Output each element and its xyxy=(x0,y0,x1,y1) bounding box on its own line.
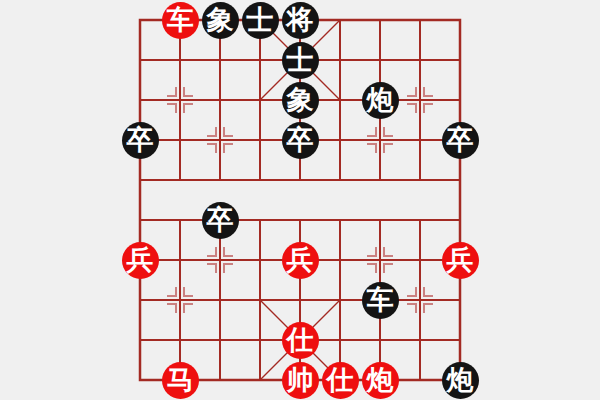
board-point-f4-r5[interactable] xyxy=(280,200,320,240)
board-point-f1-r0[interactable]: 车 xyxy=(160,0,200,40)
board-point-f5-r7[interactable] xyxy=(320,280,360,320)
board-point-f2-r5[interactable]: 卒 xyxy=(200,200,240,240)
board-point-f7-r7[interactable] xyxy=(400,280,440,320)
board-point-f6-r3[interactable] xyxy=(360,120,400,160)
board-point-f7-r6[interactable] xyxy=(400,240,440,280)
board-point-f1-r8[interactable] xyxy=(160,320,200,360)
board-point-f6-r6[interactable] xyxy=(360,240,400,280)
board-point-f2-r4[interactable] xyxy=(200,160,240,200)
board-point-f6-r2[interactable]: 炮 xyxy=(360,80,400,120)
board-point-f5-r8[interactable] xyxy=(320,320,360,360)
board-point-f3-r1[interactable] xyxy=(240,40,280,80)
board-point-f0-r9[interactable] xyxy=(120,360,160,400)
board-point-f3-r9[interactable] xyxy=(240,360,280,400)
board-point-f6-r7[interactable]: 车 xyxy=(360,280,400,320)
board-point-f7-r1[interactable] xyxy=(400,40,440,80)
board-point-f4-r6[interactable]: 兵 xyxy=(280,240,320,280)
piece-black-elephant[interactable]: 象 xyxy=(282,82,319,119)
piece-black-general[interactable]: 将 xyxy=(282,2,319,39)
board-point-f7-r0[interactable] xyxy=(400,0,440,40)
piece-red-advisor[interactable]: 仕 xyxy=(322,362,359,399)
board-point-f4-r1[interactable]: 士 xyxy=(280,40,320,80)
board-point-f2-r2[interactable] xyxy=(200,80,240,120)
board-point-f0-r0[interactable] xyxy=(120,0,160,40)
board-point-f5-r4[interactable] xyxy=(320,160,360,200)
board-point-f5-r5[interactable] xyxy=(320,200,360,240)
piece-black-soldier[interactable]: 卒 xyxy=(282,122,319,159)
piece-red-soldier[interactable]: 兵 xyxy=(122,242,159,279)
board-point-f3-r8[interactable] xyxy=(240,320,280,360)
piece-red-chariot[interactable]: 车 xyxy=(162,2,199,39)
board-point-f5-r3[interactable] xyxy=(320,120,360,160)
board-point-f8-r0[interactable] xyxy=(440,0,480,40)
board-point-f8-r2[interactable] xyxy=(440,80,480,120)
board-point-f0-r7[interactable] xyxy=(120,280,160,320)
board-point-f7-r9[interactable] xyxy=(400,360,440,400)
board-point-f1-r9[interactable]: 马 xyxy=(160,360,200,400)
board-point-f8-r6[interactable]: 兵 xyxy=(440,240,480,280)
board-point-f1-r1[interactable] xyxy=(160,40,200,80)
board-point-f4-r8[interactable]: 仕 xyxy=(280,320,320,360)
board-point-f2-r7[interactable] xyxy=(200,280,240,320)
board-point-f7-r5[interactable] xyxy=(400,200,440,240)
board-point-f2-r0[interactable]: 象 xyxy=(200,0,240,40)
board-point-f3-r6[interactable] xyxy=(240,240,280,280)
piece-black-soldier[interactable]: 卒 xyxy=(202,202,239,239)
piece-red-soldier[interactable]: 兵 xyxy=(442,242,479,279)
board-point-f3-r5[interactable] xyxy=(240,200,280,240)
board-point-f3-r0[interactable]: 士 xyxy=(240,0,280,40)
board-point-f0-r3[interactable]: 卒 xyxy=(120,120,160,160)
board-point-f8-r1[interactable] xyxy=(440,40,480,80)
board-point-f7-r4[interactable] xyxy=(400,160,440,200)
board-point-f8-r3[interactable]: 卒 xyxy=(440,120,480,160)
board-point-f1-r4[interactable] xyxy=(160,160,200,200)
board-point-f8-r7[interactable] xyxy=(440,280,480,320)
piece-black-soldier[interactable]: 卒 xyxy=(122,122,159,159)
xiangqi-board-screen: 车象士将士象炮卒卒卒卒兵兵兵车仕马帅仕炮炮 xyxy=(0,0,600,400)
board-point-f4-r2[interactable]: 象 xyxy=(280,80,320,120)
board-point-f0-r2[interactable] xyxy=(120,80,160,120)
board-point-f1-r3[interactable] xyxy=(160,120,200,160)
board-point-f5-r9[interactable]: 仕 xyxy=(320,360,360,400)
board-point-f5-r0[interactable] xyxy=(320,0,360,40)
board-point-f2-r3[interactable] xyxy=(200,120,240,160)
board-point-f3-r3[interactable] xyxy=(240,120,280,160)
board-point-f5-r6[interactable] xyxy=(320,240,360,280)
board-point-f1-r2[interactable] xyxy=(160,80,200,120)
board-point-f4-r7[interactable] xyxy=(280,280,320,320)
piece-red-horse[interactable]: 马 xyxy=(162,362,199,399)
board-grid: 车象士将士象炮卒卒卒卒兵兵兵车仕马帅仕炮炮 xyxy=(120,0,480,400)
board-point-f1-r5[interactable] xyxy=(160,200,200,240)
board-point-f8-r9[interactable]: 炮 xyxy=(440,360,480,400)
board-point-f2-r8[interactable] xyxy=(200,320,240,360)
piece-red-cannon[interactable]: 炮 xyxy=(362,362,399,399)
board-point-f6-r9[interactable]: 炮 xyxy=(360,360,400,400)
board-point-f2-r9[interactable] xyxy=(200,360,240,400)
board-point-f0-r1[interactable] xyxy=(120,40,160,80)
piece-red-soldier[interactable]: 兵 xyxy=(282,242,319,279)
board-point-f4-r3[interactable]: 卒 xyxy=(280,120,320,160)
piece-black-cannon[interactable]: 炮 xyxy=(362,82,399,119)
board-point-f4-r4[interactable] xyxy=(280,160,320,200)
board-point-f1-r7[interactable] xyxy=(160,280,200,320)
board-point-f3-r4[interactable] xyxy=(240,160,280,200)
board-point-f6-r1[interactable] xyxy=(360,40,400,80)
board-point-f2-r1[interactable] xyxy=(200,40,240,80)
board-point-f7-r3[interactable] xyxy=(400,120,440,160)
board-point-f0-r6[interactable]: 兵 xyxy=(120,240,160,280)
piece-black-chariot[interactable]: 车 xyxy=(362,282,399,319)
board-point-f8-r4[interactable] xyxy=(440,160,480,200)
board-point-f1-r6[interactable] xyxy=(160,240,200,280)
piece-black-elephant[interactable]: 象 xyxy=(202,2,239,39)
board-point-f6-r5[interactable] xyxy=(360,200,400,240)
board-point-f5-r1[interactable] xyxy=(320,40,360,80)
piece-red-advisor[interactable]: 仕 xyxy=(282,322,319,359)
board-point-f6-r4[interactable] xyxy=(360,160,400,200)
piece-black-soldier[interactable]: 卒 xyxy=(442,122,479,159)
board-point-f3-r2[interactable] xyxy=(240,80,280,120)
board-point-f0-r4[interactable] xyxy=(120,160,160,200)
board-point-f4-r9[interactable]: 帅 xyxy=(280,360,320,400)
board-point-f8-r5[interactable] xyxy=(440,200,480,240)
board-point-f0-r8[interactable] xyxy=(120,320,160,360)
board-point-f7-r2[interactable] xyxy=(400,80,440,120)
board-point-f6-r0[interactable] xyxy=(360,0,400,40)
board-point-f8-r8[interactable] xyxy=(440,320,480,360)
piece-red-general[interactable]: 帅 xyxy=(282,362,319,399)
board-point-f3-r7[interactable] xyxy=(240,280,280,320)
board-point-f7-r8[interactable] xyxy=(400,320,440,360)
piece-black-advisor[interactable]: 士 xyxy=(282,42,319,79)
board-point-f5-r2[interactable] xyxy=(320,80,360,120)
board-point-f0-r5[interactable] xyxy=(120,200,160,240)
board-point-f6-r8[interactable] xyxy=(360,320,400,360)
piece-black-advisor[interactable]: 士 xyxy=(242,2,279,39)
piece-black-cannon[interactable]: 炮 xyxy=(442,362,479,399)
board-point-f2-r6[interactable] xyxy=(200,240,240,280)
board-point-f4-r0[interactable]: 将 xyxy=(280,0,320,40)
